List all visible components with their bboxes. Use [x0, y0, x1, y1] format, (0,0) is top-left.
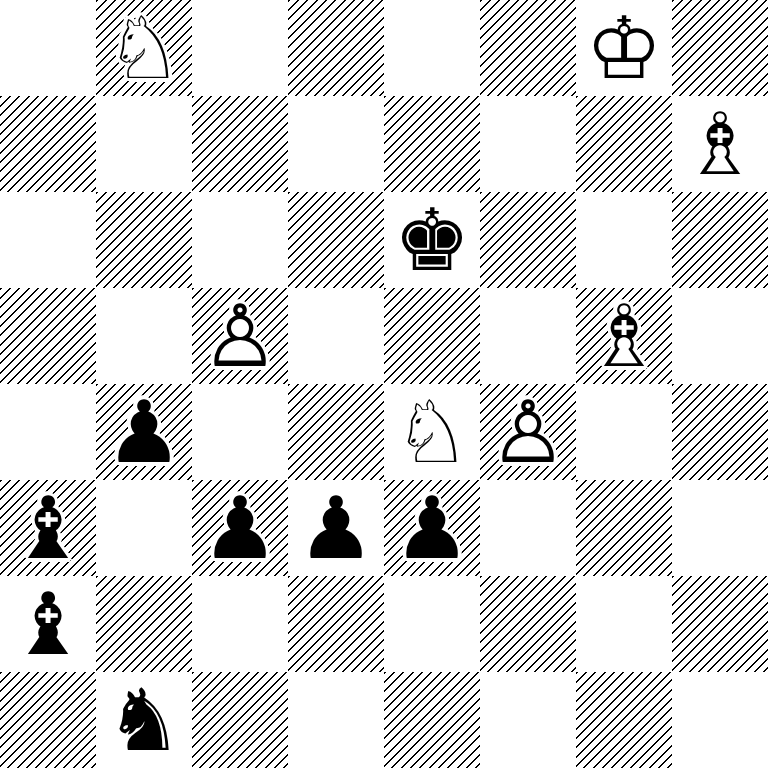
- square-a6[interactable]: [0, 192, 96, 288]
- square-b1[interactable]: ♞♞: [96, 672, 192, 768]
- square-f2[interactable]: [480, 576, 576, 672]
- square-b5[interactable]: [96, 288, 192, 384]
- square-g8[interactable]: ♚♔: [576, 0, 672, 96]
- square-a7[interactable]: [0, 96, 96, 192]
- piece-white-king[interactable]: ♚♔: [576, 0, 672, 96]
- white-king-glyph: ♔: [576, 0, 672, 96]
- square-b3[interactable]: [96, 480, 192, 576]
- square-d8[interactable]: [288, 0, 384, 96]
- square-c7[interactable]: [192, 96, 288, 192]
- black-pawn-glyph: ♟: [288, 480, 384, 576]
- square-h3[interactable]: [672, 480, 768, 576]
- piece-black-pawn[interactable]: ♟♟: [96, 384, 192, 480]
- square-b4[interactable]: ♟♟: [96, 384, 192, 480]
- black-pawn-glyph: ♟: [192, 480, 288, 576]
- chess-board: ♞♘♚♔♝♗♚♚♟♙♝♗♟♟♞♘♟♙♝♝♟♟♟♟♟♟♝♝♞♞: [0, 0, 768, 768]
- square-a8[interactable]: [0, 0, 96, 96]
- square-b8[interactable]: ♞♘: [96, 0, 192, 96]
- square-d3[interactable]: ♟♟: [288, 480, 384, 576]
- square-h6[interactable]: [672, 192, 768, 288]
- white-knight-glyph: ♘: [96, 0, 192, 96]
- square-c1[interactable]: [192, 672, 288, 768]
- square-e5[interactable]: [384, 288, 480, 384]
- piece-white-bishop[interactable]: ♝♗: [576, 288, 672, 384]
- square-g6[interactable]: [576, 192, 672, 288]
- piece-black-king[interactable]: ♚♚: [384, 192, 480, 288]
- square-c3[interactable]: ♟♟: [192, 480, 288, 576]
- square-d6[interactable]: [288, 192, 384, 288]
- square-e4[interactable]: ♞♘: [384, 384, 480, 480]
- square-f5[interactable]: [480, 288, 576, 384]
- square-e3[interactable]: ♟♟: [384, 480, 480, 576]
- black-pawn-glyph: ♟: [384, 480, 480, 576]
- piece-black-knight[interactable]: ♞♞: [96, 672, 192, 768]
- square-e1[interactable]: [384, 672, 480, 768]
- square-c6[interactable]: [192, 192, 288, 288]
- piece-black-pawn[interactable]: ♟♟: [288, 480, 384, 576]
- piece-black-pawn[interactable]: ♟♟: [192, 480, 288, 576]
- white-pawn-glyph: ♙: [480, 384, 576, 480]
- square-e2[interactable]: [384, 576, 480, 672]
- square-g1[interactable]: [576, 672, 672, 768]
- square-g5[interactable]: ♝♗: [576, 288, 672, 384]
- black-bishop-glyph: ♝: [0, 576, 96, 672]
- square-f6[interactable]: [480, 192, 576, 288]
- piece-black-bishop[interactable]: ♝♝: [0, 576, 96, 672]
- square-h1[interactable]: [672, 672, 768, 768]
- square-c2[interactable]: [192, 576, 288, 672]
- piece-white-pawn[interactable]: ♟♙: [192, 288, 288, 384]
- square-h4[interactable]: [672, 384, 768, 480]
- square-a5[interactable]: [0, 288, 96, 384]
- square-e6[interactable]: ♚♚: [384, 192, 480, 288]
- square-a2[interactable]: ♝♝: [0, 576, 96, 672]
- square-f7[interactable]: [480, 96, 576, 192]
- square-g2[interactable]: [576, 576, 672, 672]
- piece-white-knight[interactable]: ♞♘: [96, 0, 192, 96]
- square-c5[interactable]: ♟♙: [192, 288, 288, 384]
- square-g3[interactable]: [576, 480, 672, 576]
- square-g4[interactable]: [576, 384, 672, 480]
- square-d1[interactable]: [288, 672, 384, 768]
- piece-white-knight[interactable]: ♞♘: [384, 384, 480, 480]
- square-b7[interactable]: [96, 96, 192, 192]
- square-d4[interactable]: [288, 384, 384, 480]
- white-knight-glyph: ♘: [384, 384, 480, 480]
- square-d2[interactable]: [288, 576, 384, 672]
- square-h7[interactable]: ♝♗: [672, 96, 768, 192]
- square-e7[interactable]: [384, 96, 480, 192]
- square-h5[interactable]: [672, 288, 768, 384]
- square-d5[interactable]: [288, 288, 384, 384]
- piece-white-bishop[interactable]: ♝♗: [672, 96, 768, 192]
- square-h2[interactable]: [672, 576, 768, 672]
- black-pawn-glyph: ♟: [96, 384, 192, 480]
- square-a4[interactable]: [0, 384, 96, 480]
- square-c8[interactable]: [192, 0, 288, 96]
- square-c4[interactable]: [192, 384, 288, 480]
- piece-black-bishop[interactable]: ♝♝: [0, 480, 96, 576]
- square-a3[interactable]: ♝♝: [0, 480, 96, 576]
- square-a1[interactable]: [0, 672, 96, 768]
- square-b6[interactable]: [96, 192, 192, 288]
- square-g7[interactable]: [576, 96, 672, 192]
- square-f4[interactable]: ♟♙: [480, 384, 576, 480]
- square-h8[interactable]: [672, 0, 768, 96]
- black-bishop-glyph: ♝: [0, 480, 96, 576]
- square-b2[interactable]: [96, 576, 192, 672]
- square-f8[interactable]: [480, 0, 576, 96]
- white-bishop-glyph: ♗: [672, 96, 768, 192]
- black-king-glyph: ♚: [384, 192, 480, 288]
- square-d7[interactable]: [288, 96, 384, 192]
- black-knight-glyph: ♞: [96, 672, 192, 768]
- square-e8[interactable]: [384, 0, 480, 96]
- white-bishop-glyph: ♗: [576, 288, 672, 384]
- piece-white-pawn[interactable]: ♟♙: [480, 384, 576, 480]
- white-pawn-glyph: ♙: [192, 288, 288, 384]
- piece-black-pawn[interactable]: ♟♟: [384, 480, 480, 576]
- square-f3[interactable]: [480, 480, 576, 576]
- square-f1[interactable]: [480, 672, 576, 768]
